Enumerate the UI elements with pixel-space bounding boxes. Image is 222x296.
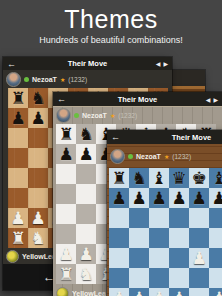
board-square[interactable] [109,248,129,268]
move-status-title: Their Move [3,59,172,68]
board-square[interactable]: ♟ [109,188,129,208]
board-square[interactable] [8,168,28,188]
opponent-avatar [6,72,21,87]
black-pawn: ♟ [109,188,129,208]
board-square[interactable]: ♝ [149,168,169,188]
board-square[interactable]: ♟ [149,288,169,296]
black-rook: ♜ [109,168,129,188]
board-square[interactable]: ♟ [76,144,96,164]
board-square[interactable] [189,268,209,288]
board-square[interactable] [129,268,149,288]
status-dot-icon [24,77,29,82]
trophy-icon: ★ [110,112,115,119]
black-pawn: ♟ [8,108,28,128]
board-square[interactable] [129,248,149,268]
back-arrow-icon[interactable]: ← [111,132,120,142]
board-square[interactable] [76,204,96,224]
board-square[interactable] [109,228,129,248]
board-square[interactable]: ♟ [28,208,48,228]
black-pawn: ♟ [189,188,209,208]
prev-move-icon[interactable]: ◀ [206,97,211,103]
board-square[interactable]: ♞ [28,228,48,248]
white-pawn: ♟ [129,288,149,296]
board-square[interactable]: ♟ [129,188,149,208]
app-header: ← Their Move ◀▶ [53,92,222,106]
board-square[interactable] [149,268,169,288]
move-status-title: Their Move [107,133,222,142]
black-knight: ♞ [76,124,96,144]
black-queen: ♛ [169,168,189,188]
board-square[interactable]: ♟ [209,188,222,208]
board-square[interactable] [169,208,189,228]
board-square[interactable] [56,224,76,244]
black-rook: ♜ [56,124,76,144]
board-square[interactable]: ♟ [109,288,129,296]
status-dot-icon [74,113,79,118]
board-square[interactable]: ♟ [8,208,28,228]
board-square[interactable]: ♟ [129,288,149,296]
white-pawn: ♟ [189,248,209,268]
trophy-icon: ★ [60,76,65,83]
move-nav: ◀▶ [203,96,218,103]
white-pawn: ♟ [56,244,76,264]
board-square[interactable]: ♟ [189,248,209,268]
board-square[interactable] [56,184,76,204]
nav-back-arrow-icon[interactable]: ← [43,270,55,284]
black-pawn: ♟ [76,144,96,164]
chess-board-blue[interactable]: ♜♞♝♛♚♝♞♜♟♟♟♟♟♟♟♟♟♟♟♟♟♟♟♟♜♞♝♛♚♝♞♜ [109,168,222,296]
opponent-row[interactable]: NezoaT ★ (1232) [107,144,222,168]
black-bishop: ♝ [209,168,222,188]
white-rook: ♜ [56,264,76,284]
board-square[interactable] [8,128,28,148]
board-square[interactable]: ♞ [129,168,149,188]
opponent-rating: (1232) [172,153,191,160]
white-pawn: ♟ [76,244,96,264]
board-square[interactable]: ♟ [56,144,76,164]
board-square[interactable]: ♟ [149,188,169,208]
black-knight: ♞ [129,168,149,188]
board-square[interactable]: ♟ [209,288,222,296]
white-knight: ♞ [28,228,48,248]
white-pawn: ♟ [209,288,222,296]
board-square[interactable] [209,268,222,288]
black-king: ♚ [189,168,209,188]
board-square[interactable]: ♟ [56,244,76,264]
black-knight: ♞ [28,88,48,108]
move-nav: ◀▶ [153,60,168,67]
board-square[interactable] [56,204,76,224]
board-square[interactable]: ♟ [76,244,96,264]
board-square[interactable]: ♜ [56,264,76,284]
board-square[interactable]: ♞ [76,124,96,144]
board-square[interactable]: ♟ [189,188,209,208]
opponent-name: NezoaT [82,112,107,119]
opponent-rating: (1232) [68,76,87,83]
opponent-row[interactable]: NezoaT ★ (1232) [53,106,222,124]
status-dot-icon [128,154,133,159]
board-square[interactable]: ♜ [109,168,129,188]
white-pawn: ♟ [149,288,169,296]
board-square[interactable] [189,288,209,296]
white-pawn: ♟ [169,288,189,296]
board-square[interactable] [209,208,222,228]
player-avatar [6,250,19,263]
app-header: ← Their Move ◀▶ [107,130,222,144]
board-square[interactable] [28,148,48,168]
board-square[interactable] [76,164,96,184]
opponent-name: NezoaT [32,76,57,83]
board-square[interactable]: ♞ [76,264,96,284]
white-pawn: ♟ [109,288,129,296]
board-square[interactable]: ♟ [8,108,28,128]
board-square[interactable]: ♟ [169,188,189,208]
board-square[interactable] [76,184,96,204]
board-square[interactable] [109,268,129,288]
board-square[interactable] [56,164,76,184]
black-pawn: ♟ [28,108,48,128]
board-square[interactable]: ♞ [28,88,48,108]
black-pawn: ♟ [149,188,169,208]
board-square[interactable] [8,148,28,168]
board-square[interactable] [28,128,48,148]
promo-screenshot: Themes Hundreds of beautiful combination… [0,0,222,296]
app-header: ← Their Move ◀▶ [3,57,172,70]
move-status-title: Their Move [53,95,222,104]
white-pawn: ♟ [28,208,48,228]
board-square[interactable] [28,168,48,188]
board-square[interactable] [189,228,209,248]
board-square[interactable] [209,248,222,268]
opponent-name: NezoaT [136,153,161,160]
board-square[interactable] [149,208,169,228]
next-move-icon[interactable]: ▶ [213,97,218,103]
board-square[interactable] [129,208,149,228]
opponent-rating: (1232) [118,112,137,119]
player-name: YellowLea [72,290,106,296]
board-square[interactable] [28,188,48,208]
promo-header: Themes Hundreds of beautiful combination… [0,0,222,45]
page-title: Themes [0,5,222,34]
trophy-icon: ★ [164,153,169,160]
board-square[interactable] [169,228,189,248]
board-square[interactable]: ♚ [189,168,209,188]
white-rook: ♜ [8,228,28,248]
prev-move-icon[interactable]: ◀ [156,61,161,67]
board-square[interactable] [8,188,28,208]
board-square[interactable]: ♜ [8,228,28,248]
board-square[interactable]: ♜ [56,124,76,144]
black-rook: ♜ [8,88,28,108]
board-square[interactable] [109,208,129,228]
opponent-row[interactable]: NezoaT ★ (1232) [3,70,172,88]
back-arrow-icon[interactable]: ← [7,59,16,69]
board-square[interactable] [209,228,222,248]
board-square[interactable]: ♟ [28,108,48,128]
board-square[interactable] [76,224,96,244]
next-move-icon[interactable]: ▶ [163,61,168,67]
black-pawn: ♟ [209,188,222,208]
back-arrow-icon[interactable]: ← [57,94,66,104]
page-subtitle: Hundreds of beautiful combinations! [0,35,222,45]
blue-theme-card: ← Their Move ◀▶ NezoaT ★ (1232) ♜♞♝♛♚♝♞♜… [107,130,222,296]
white-knight: ♞ [76,264,96,284]
black-bishop: ♝ [149,168,169,188]
board-square[interactable] [169,268,189,288]
board-square[interactable] [149,248,169,268]
board-square[interactable] [169,248,189,268]
black-pawn: ♟ [129,188,149,208]
board-square[interactable] [189,208,209,228]
board-square[interactable]: ♟ [169,288,189,296]
board-square[interactable]: ♜ [8,88,28,108]
board-square[interactable]: ♛ [169,168,189,188]
board-square[interactable]: ♝ [209,168,222,188]
black-pawn: ♟ [169,188,189,208]
black-pawn: ♟ [56,144,76,164]
board-square[interactable] [149,228,169,248]
player-name: YellowLea [22,253,56,260]
opponent-avatar [56,108,71,123]
white-pawn: ♟ [8,208,28,228]
opponent-avatar [110,149,125,164]
player-avatar [56,287,69,296]
board-square[interactable] [129,228,149,248]
